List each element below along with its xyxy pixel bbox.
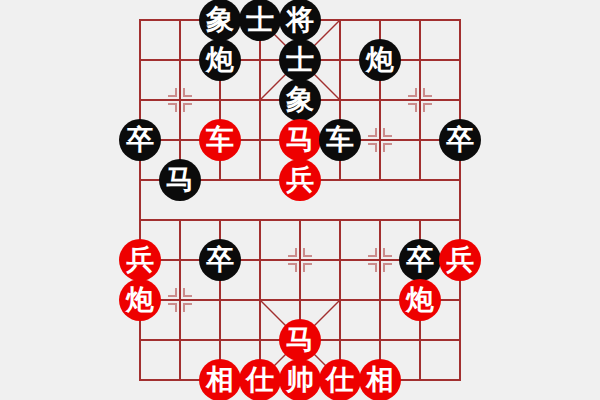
piece-red-cannon[interactable]: 炮 (399, 279, 441, 321)
piece-red-advisor[interactable]: 仕 (239, 359, 281, 400)
piece-red-horse[interactable]: 马 (279, 319, 321, 361)
piece-red-soldier[interactable]: 兵 (119, 239, 161, 281)
piece-black-soldier[interactable]: 卒 (199, 239, 241, 281)
piece-red-elephant[interactable]: 相 (199, 359, 241, 400)
piece-black-general[interactable]: 将 (279, 0, 321, 41)
piece-black-cannon[interactable]: 炮 (199, 39, 241, 81)
piece-red-advisor[interactable]: 仕 (319, 359, 361, 400)
piece-red-soldier[interactable]: 兵 (279, 159, 321, 201)
piece-black-elephant[interactable]: 象 (199, 0, 241, 41)
piece-black-soldier[interactable]: 卒 (399, 239, 441, 281)
piece-red-elephant[interactable]: 相 (359, 359, 401, 400)
piece-black-soldier[interactable]: 卒 (119, 119, 161, 161)
piece-black-soldier[interactable]: 卒 (439, 119, 481, 161)
xiangqi-board: 象士将炮士炮象卒车马车卒马兵兵卒卒兵炮炮马相仕帅仕相 (0, 0, 600, 400)
piece-red-soldier[interactable]: 兵 (439, 239, 481, 281)
piece-black-cannon[interactable]: 炮 (359, 39, 401, 81)
piece-black-advisor[interactable]: 士 (279, 39, 321, 81)
piece-red-general[interactable]: 帅 (279, 359, 321, 400)
piece-layer: 象士将炮士炮象卒车马车卒马兵兵卒卒兵炮炮马相仕帅仕相 (120, 0, 480, 400)
piece-red-cannon[interactable]: 炮 (119, 279, 161, 321)
piece-black-chariot[interactable]: 车 (319, 119, 361, 161)
piece-black-elephant[interactable]: 象 (279, 79, 321, 121)
piece-black-horse[interactable]: 马 (159, 159, 201, 201)
piece-red-horse[interactable]: 马 (279, 119, 321, 161)
piece-black-advisor[interactable]: 士 (239, 0, 281, 41)
piece-red-chariot[interactable]: 车 (199, 119, 241, 161)
